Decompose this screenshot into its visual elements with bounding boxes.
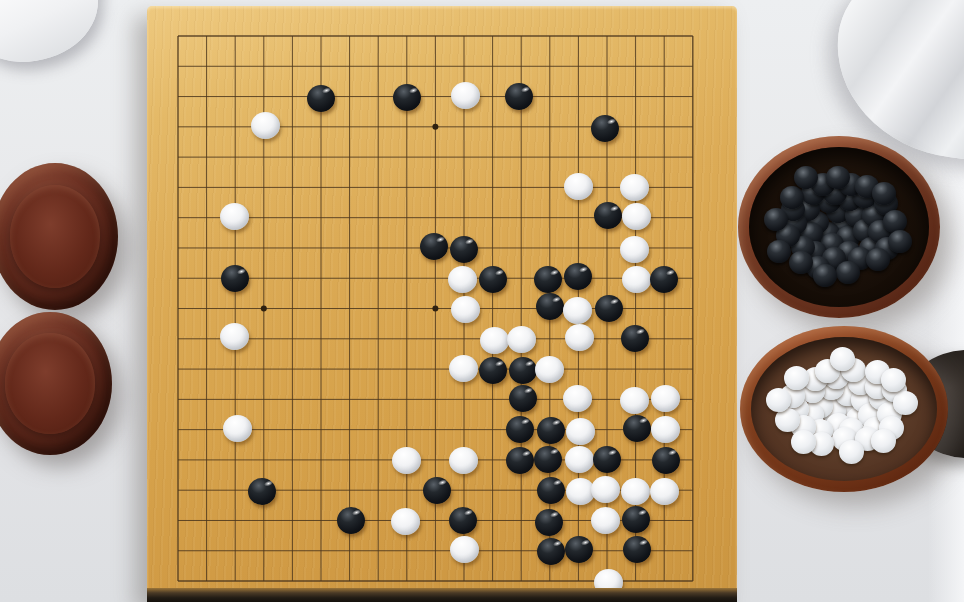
- bowl-black-stone: [836, 261, 860, 284]
- stone-black[interactable]: [449, 507, 477, 534]
- stone-white[interactable]: [450, 536, 479, 563]
- fabric-top-left: [0, 0, 98, 62]
- bowl-black-stone: [794, 166, 818, 189]
- stone-black[interactable]: [621, 325, 649, 352]
- bowl-white-stone: [881, 368, 906, 392]
- stone-black[interactable]: [594, 202, 622, 229]
- board-grid[interactable]: [177, 35, 694, 582]
- bowl-white-stone: [893, 391, 918, 415]
- stone-black[interactable]: [537, 538, 565, 565]
- stone-white[interactable]: [620, 236, 649, 263]
- stone-black[interactable]: [652, 447, 680, 474]
- stone-white[interactable]: [622, 203, 651, 230]
- bowl-black-stone: [872, 182, 896, 205]
- bowl-black-stone: [764, 208, 788, 231]
- bowl-white-stone: [784, 366, 809, 390]
- stone-black[interactable]: [221, 265, 249, 292]
- stone-white[interactable]: [220, 323, 249, 350]
- stone-white[interactable]: [650, 478, 679, 505]
- bowl-black-stone: [813, 264, 837, 287]
- stone-white[interactable]: [651, 416, 680, 443]
- stone-white[interactable]: [480, 327, 509, 354]
- stone-white[interactable]: [449, 355, 478, 382]
- bowl-black-stone: [888, 230, 912, 253]
- stone-white[interactable]: [622, 266, 651, 293]
- stone-white[interactable]: [651, 385, 680, 412]
- stone-black[interactable]: [564, 263, 592, 290]
- bowl-lid-lower: [0, 312, 112, 455]
- stone-black[interactable]: [307, 85, 335, 112]
- stone-black[interactable]: [509, 385, 537, 412]
- stone-black[interactable]: [536, 293, 564, 320]
- stone-black[interactable]: [623, 536, 651, 563]
- stone-white[interactable]: [591, 507, 620, 534]
- white-stone-bowl-cavity: [751, 337, 937, 481]
- bowl-white-stone: [871, 429, 896, 453]
- bowl-black-stone: [780, 186, 804, 209]
- stone-white[interactable]: [507, 326, 536, 353]
- stone-white[interactable]: [251, 112, 280, 139]
- bowl-black-stone: [826, 166, 850, 189]
- photo-scene: [0, 0, 964, 602]
- stone-white[interactable]: [448, 266, 477, 293]
- stone-black[interactable]: [423, 477, 451, 504]
- stone-white[interactable]: [392, 447, 421, 474]
- bowl-lid-upper: [0, 163, 118, 310]
- stone-black[interactable]: [595, 295, 623, 322]
- board-front-edge: [147, 588, 737, 602]
- stone-black[interactable]: [535, 509, 563, 536]
- stone-black[interactable]: [623, 415, 651, 442]
- stone-black[interactable]: [506, 447, 534, 474]
- stone-white[interactable]: [621, 478, 650, 505]
- bowl-lid-lower-top: [5, 333, 94, 433]
- stone-black[interactable]: [420, 233, 448, 260]
- stone-black[interactable]: [393, 84, 421, 111]
- stone-black[interactable]: [591, 115, 619, 142]
- stone-black[interactable]: [593, 446, 621, 473]
- stone-white[interactable]: [451, 82, 480, 109]
- white-stone-bowl: [740, 326, 948, 492]
- stone-black[interactable]: [534, 266, 562, 293]
- stone-black[interactable]: [565, 536, 593, 563]
- stone-white[interactable]: [451, 296, 480, 323]
- bowl-black-stone: [789, 251, 813, 274]
- black-stone-bowl: [738, 136, 940, 318]
- stone-black[interactable]: [537, 417, 565, 444]
- stone-black[interactable]: [622, 506, 650, 533]
- stone-white[interactable]: [563, 385, 592, 412]
- bowl-lid-upper-top: [10, 185, 101, 288]
- go-board[interactable]: [147, 6, 737, 602]
- stone-black[interactable]: [505, 83, 533, 110]
- stone-black[interactable]: [537, 477, 565, 504]
- stone-black[interactable]: [650, 266, 678, 293]
- bowl-black-stone: [866, 248, 890, 271]
- stone-black[interactable]: [337, 507, 365, 534]
- stones-layer: [177, 35, 694, 582]
- stone-black[interactable]: [479, 266, 507, 293]
- stone-white[interactable]: [620, 387, 649, 414]
- bowl-white-stone: [839, 440, 864, 464]
- stone-white[interactable]: [565, 324, 594, 351]
- stone-black[interactable]: [248, 478, 276, 505]
- bowl-black-stone: [767, 240, 791, 263]
- stone-white[interactable]: [391, 508, 420, 535]
- stone-white[interactable]: [449, 447, 478, 474]
- stone-white[interactable]: [220, 203, 249, 230]
- stone-white[interactable]: [223, 415, 252, 442]
- stone-white[interactable]: [620, 174, 649, 201]
- stone-black[interactable]: [506, 416, 534, 443]
- stone-white[interactable]: [563, 297, 592, 324]
- stone-black[interactable]: [450, 236, 478, 263]
- stone-white[interactable]: [535, 356, 564, 383]
- stone-black[interactable]: [534, 446, 562, 473]
- stone-white[interactable]: [591, 476, 620, 503]
- stone-white[interactable]: [564, 173, 593, 200]
- black-stone-bowl-cavity: [749, 147, 929, 307]
- stone-black[interactable]: [479, 357, 507, 384]
- stone-white[interactable]: [566, 418, 595, 445]
- stone-black[interactable]: [509, 357, 537, 384]
- stone-white[interactable]: [565, 446, 594, 473]
